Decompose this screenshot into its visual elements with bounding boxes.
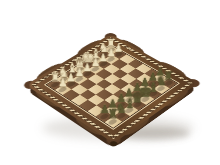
- square-a8: ♜: [104, 116, 121, 127]
- piece-white-pawn: ♟: [53, 73, 73, 93]
- burl-border-band: ♜♞♝♛♚♝♞♜♟♟♟♟♟♟♟♟♟♟♟♟♟♟♟♟♜♞♝♛♚♝♞♜: [44, 44, 180, 130]
- product-photo-chess-set: ♜♞♝♛♚♝♞♜♟♟♟♟♟♟♟♟♟♟♟♟♟♟♟♟♜♞♝♛♚♝♞♜: [0, 0, 220, 165]
